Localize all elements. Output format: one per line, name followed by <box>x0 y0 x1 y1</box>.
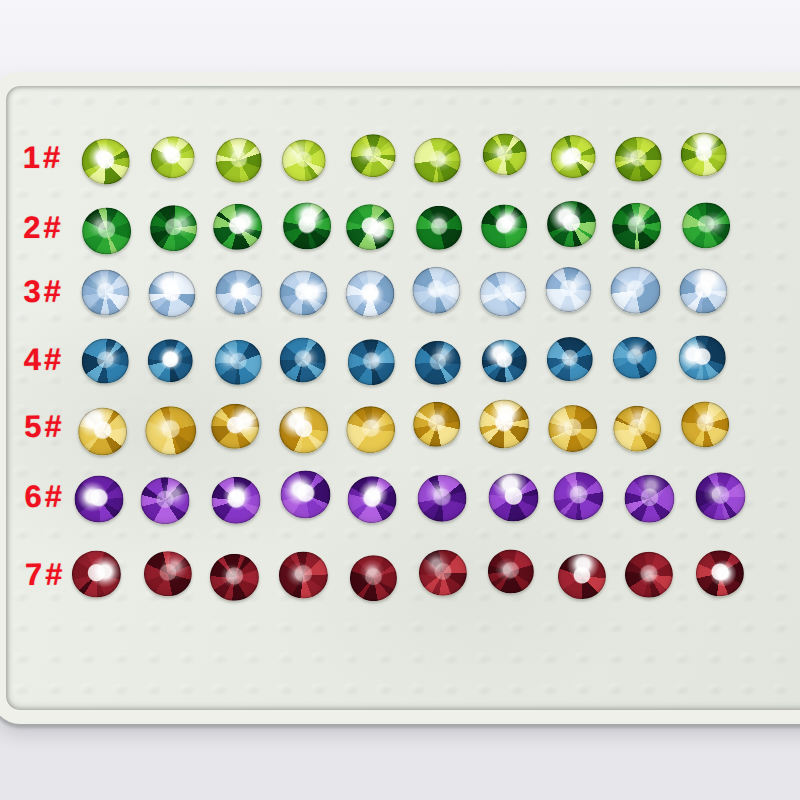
gem-light-blue-r3c10 <box>680 268 728 314</box>
row-label-2: 2# <box>23 210 64 246</box>
gem-yellow-green-r1c3 <box>215 138 262 183</box>
gem-dark-red-r7c2 <box>144 551 192 597</box>
row-label-7: 7# <box>25 557 66 593</box>
gem-light-blue-r3c7 <box>479 271 526 317</box>
gem-green-r2c4 <box>283 203 331 250</box>
gem-purple-r6c6 <box>417 474 467 522</box>
gem-purple-r6c1 <box>74 475 123 522</box>
gem-golden-yellow-r5c6 <box>413 401 460 446</box>
gem-purple-r6c2 <box>141 477 190 524</box>
gem-light-blue-r3c2 <box>148 271 196 317</box>
gem-yellow-green-r1c9 <box>615 136 663 182</box>
gem-golden-yellow-r5c9 <box>613 405 661 451</box>
gem-dark-blue-r4c5 <box>347 340 394 386</box>
gem-light-blue-r3c9 <box>610 266 660 314</box>
gem-dark-blue-r4c10 <box>679 335 726 380</box>
gem-purple-r6c8 <box>554 472 604 520</box>
gem-dark-blue-r4c4 <box>279 338 326 383</box>
gem-dark-blue-r4c6 <box>414 340 460 384</box>
gem-light-blue-r3c5 <box>345 270 395 318</box>
gem-dark-red-r7c3 <box>210 553 259 600</box>
gem-dark-blue-r4c3 <box>215 340 262 385</box>
gem-dark-blue-r4c9 <box>612 337 656 380</box>
gem-dark-red-r7c1 <box>72 551 121 598</box>
gem-light-blue-r3c1 <box>81 269 129 315</box>
gem-dark-blue-r4c2 <box>148 339 194 383</box>
gem-green-r2c7 <box>481 204 528 249</box>
gem-golden-yellow-r5c2 <box>145 406 196 455</box>
gem-golden-yellow-r5c4 <box>279 407 328 454</box>
gem-light-blue-r3c6 <box>412 266 461 313</box>
gem-yellow-green-r1c1 <box>81 138 129 184</box>
gem-dark-red-r7c6 <box>418 549 466 595</box>
gem-grid: 1#2#3#4#5#6#7# <box>0 0 800 800</box>
gem-green-r2c2 <box>150 205 197 250</box>
gem-dark-red-r7c4 <box>278 551 328 599</box>
gem-purple-r6c5 <box>347 476 396 523</box>
gem-dark-blue-r4c1 <box>82 339 129 384</box>
gem-dark-red-r7c5 <box>350 555 398 601</box>
gem-purple-r6c9 <box>625 475 675 523</box>
gem-golden-yellow-r5c10 <box>681 401 730 448</box>
gem-purple-r6c4 <box>281 470 331 518</box>
gem-light-blue-r3c3 <box>215 269 262 314</box>
gem-yellow-green-r1c5 <box>351 134 396 177</box>
row-label-6: 6# <box>24 479 65 515</box>
gem-green-r2c6 <box>416 205 463 250</box>
gem-yellow-green-r1c10 <box>681 132 727 176</box>
gem-green-r2c1 <box>82 207 131 254</box>
gem-light-blue-r3c8 <box>545 267 592 312</box>
gem-golden-yellow-r5c3 <box>211 403 259 449</box>
gem-golden-yellow-r5c5 <box>346 406 395 453</box>
gem-green-r2c8 <box>547 201 596 248</box>
gem-yellow-green-r1c8 <box>550 135 595 179</box>
gem-green-r2c3 <box>213 204 262 251</box>
gem-dark-red-r7c9 <box>624 551 673 598</box>
gem-yellow-green-r1c2 <box>151 136 195 178</box>
row-label-3: 3# <box>23 274 64 310</box>
gem-yellow-green-r1c7 <box>483 133 527 176</box>
gem-purple-r6c7 <box>488 473 538 521</box>
gem-dark-red-r7c10 <box>696 551 744 597</box>
gem-green-r2c10 <box>682 202 730 249</box>
gem-dark-red-r7c7 <box>488 549 535 594</box>
gem-purple-r6c3 <box>212 477 261 524</box>
row-label-1: 1# <box>23 140 64 176</box>
gem-purple-r6c10 <box>695 472 745 520</box>
gem-dark-red-r7c8 <box>558 554 606 600</box>
gem-dark-blue-r4c8 <box>547 337 593 381</box>
gem-light-blue-r3c4 <box>280 270 328 316</box>
gem-dark-blue-r4c7 <box>481 340 526 383</box>
gem-green-r2c5 <box>346 204 394 250</box>
gem-golden-yellow-r5c1 <box>78 407 128 455</box>
gem-green-r2c9 <box>612 203 661 251</box>
gem-yellow-green-r1c6 <box>414 138 461 183</box>
row-label-4: 4# <box>24 342 65 378</box>
gem-golden-yellow-r5c7 <box>479 400 529 448</box>
gem-yellow-green-r1c4 <box>282 139 327 182</box>
gem-tray-photo: 1#2#3#4#5#6#7# <box>0 0 800 800</box>
gem-golden-yellow-r5c8 <box>548 405 597 452</box>
row-label-5: 5# <box>24 409 65 445</box>
